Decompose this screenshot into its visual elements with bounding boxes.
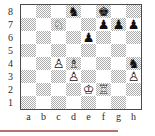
square-b8[interactable] (36, 5, 51, 18)
square-d1[interactable] (66, 96, 81, 109)
square-a6[interactable] (21, 31, 36, 44)
square-h7[interactable]: ♟ (126, 18, 141, 31)
square-e1[interactable] (81, 96, 96, 109)
square-g8[interactable] (111, 5, 126, 18)
square-h6[interactable] (126, 31, 141, 44)
black-knight-h4[interactable]: ♞ (128, 57, 140, 70)
white-rook-f2[interactable]: ♖ (98, 83, 110, 96)
square-b1[interactable] (36, 96, 51, 109)
square-b4[interactable] (36, 57, 51, 70)
white-bishop-d4[interactable]: ♗ (68, 57, 80, 70)
square-a3[interactable] (21, 70, 36, 83)
black-knight-d8[interactable]: ♞ (68, 5, 80, 18)
square-g2[interactable] (111, 83, 126, 96)
square-h5[interactable] (126, 44, 141, 57)
file-label-b: b (36, 111, 51, 125)
file-label-f: f (96, 111, 111, 125)
square-b6[interactable] (36, 31, 51, 44)
square-e6[interactable]: ♟ (81, 31, 96, 44)
file-labels: abcdefgh (21, 111, 141, 125)
square-d3[interactable]: ♙ (66, 70, 81, 83)
square-e7[interactable] (81, 18, 96, 31)
bottom-underline (0, 130, 118, 132)
square-c2[interactable] (51, 83, 66, 96)
square-h4[interactable]: ♞ (126, 57, 141, 70)
file-label-h: h (126, 111, 141, 125)
black-pawn-g7[interactable]: ♟ (113, 18, 125, 31)
square-b3[interactable] (36, 70, 51, 83)
file-label-d: d (66, 111, 81, 125)
rank-label-4: 4 (0, 57, 18, 70)
square-g1[interactable] (111, 96, 126, 109)
square-c4[interactable]: ♙ (51, 57, 66, 70)
square-d7[interactable] (66, 18, 81, 31)
file-label-e: e (81, 111, 96, 125)
square-g4[interactable] (111, 57, 126, 70)
square-a2[interactable] (21, 83, 36, 96)
square-g7[interactable]: ♟ (111, 18, 126, 31)
square-h3[interactable]: ♙ (126, 70, 141, 83)
black-king-f8[interactable]: ♚ (98, 5, 110, 18)
rank-label-3: 3 (0, 70, 18, 83)
square-f7[interactable]: ♟ (96, 18, 111, 31)
square-a8[interactable] (21, 5, 36, 18)
rank-label-6: 6 (0, 31, 18, 44)
square-g5[interactable] (111, 44, 126, 57)
square-e4[interactable] (81, 57, 96, 70)
white-pawn-d3[interactable]: ♙ (68, 70, 80, 83)
square-a1[interactable] (21, 96, 36, 109)
chess-diagram: 87654321 ♞♚♘♟♟♟♟♙♗♞♙♙♔♖ abcdefgh (0, 0, 155, 136)
white-pawn-c4[interactable]: ♙ (53, 57, 65, 70)
square-d2[interactable] (66, 83, 81, 96)
file-label-c: c (51, 111, 66, 125)
file-label-a: a (21, 111, 36, 125)
square-c7[interactable]: ♘ (51, 18, 66, 31)
square-b5[interactable] (36, 44, 51, 57)
square-e2[interactable]: ♔ (81, 83, 96, 96)
square-b7[interactable] (36, 18, 51, 31)
square-f2[interactable]: ♖ (96, 83, 111, 96)
square-d5[interactable] (66, 44, 81, 57)
rank-label-5: 5 (0, 44, 18, 57)
square-f3[interactable] (96, 70, 111, 83)
rank-label-7: 7 (0, 18, 18, 31)
square-f5[interactable] (96, 44, 111, 57)
black-pawn-h7[interactable]: ♟ (128, 18, 140, 31)
rank-label-2: 2 (0, 83, 18, 96)
rank-label-8: 8 (0, 5, 18, 18)
square-f4[interactable] (96, 57, 111, 70)
square-h1[interactable] (126, 96, 141, 109)
square-c8[interactable] (51, 5, 66, 18)
square-a5[interactable] (21, 44, 36, 57)
square-d4[interactable]: ♗ (66, 57, 81, 70)
white-king-e2[interactable]: ♔ (83, 83, 95, 96)
black-pawn-e6[interactable]: ♟ (83, 31, 95, 44)
chess-board[interactable]: ♞♚♘♟♟♟♟♙♗♞♙♙♔♖ (20, 4, 142, 110)
square-a7[interactable] (21, 18, 36, 31)
white-pawn-h3[interactable]: ♙ (128, 70, 140, 83)
square-c1[interactable] (51, 96, 66, 109)
square-e5[interactable] (81, 44, 96, 57)
rank-label-1: 1 (0, 96, 18, 109)
square-d6[interactable] (66, 31, 81, 44)
square-f6[interactable] (96, 31, 111, 44)
rank-labels: 87654321 (0, 5, 18, 109)
square-h8[interactable] (126, 5, 141, 18)
square-f1[interactable] (96, 96, 111, 109)
square-g6[interactable] (111, 31, 126, 44)
square-b2[interactable] (36, 83, 51, 96)
square-c5[interactable] (51, 44, 66, 57)
square-h2[interactable] (126, 83, 141, 96)
square-e3[interactable] (81, 70, 96, 83)
square-d8[interactable]: ♞ (66, 5, 81, 18)
square-f8[interactable]: ♚ (96, 5, 111, 18)
square-e8[interactable] (81, 5, 96, 18)
white-knight-c7[interactable]: ♘ (53, 18, 65, 31)
square-g3[interactable] (111, 70, 126, 83)
black-pawn-f7[interactable]: ♟ (98, 18, 110, 31)
square-c3[interactable] (51, 70, 66, 83)
square-a4[interactable] (21, 57, 36, 70)
square-c6[interactable] (51, 31, 66, 44)
file-label-g: g (111, 111, 126, 125)
